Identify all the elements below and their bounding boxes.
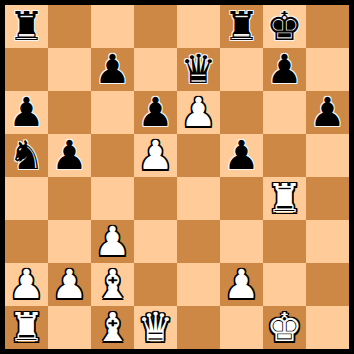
square-h6[interactable]: ♟ — [306, 91, 349, 134]
piece-black-king[interactable]: ♚ — [267, 6, 303, 46]
board-frame: ♜♜♚♟♛♟♟♟♟♟♞♟♟♟♜♟♟♟♝♟♜♝♛♚ — [0, 0, 354, 354]
square-g1[interactable]: ♚ — [263, 306, 306, 349]
square-g8[interactable]: ♚ — [263, 5, 306, 48]
square-c3[interactable]: ♟ — [91, 220, 134, 263]
square-b3[interactable] — [48, 220, 91, 263]
square-c5[interactable] — [91, 134, 134, 177]
piece-black-pawn[interactable]: ♟ — [138, 92, 174, 132]
piece-white-rook[interactable]: ♜ — [267, 178, 303, 218]
piece-white-pawn[interactable]: ♟ — [138, 135, 174, 175]
piece-white-pawn[interactable]: ♟ — [95, 221, 131, 261]
square-d1[interactable]: ♛ — [134, 306, 177, 349]
square-d7[interactable] — [134, 48, 177, 91]
square-f3[interactable] — [220, 220, 263, 263]
square-g3[interactable] — [263, 220, 306, 263]
square-e6[interactable]: ♟ — [177, 91, 220, 134]
square-b6[interactable] — [48, 91, 91, 134]
piece-black-rook[interactable]: ♜ — [224, 6, 260, 46]
square-f6[interactable] — [220, 91, 263, 134]
chess-board: ♜♜♚♟♛♟♟♟♟♟♞♟♟♟♜♟♟♟♝♟♜♝♛♚ — [5, 5, 349, 349]
square-c8[interactable] — [91, 5, 134, 48]
square-d2[interactable] — [134, 263, 177, 306]
square-c1[interactable]: ♝ — [91, 306, 134, 349]
square-e7[interactable]: ♛ — [177, 48, 220, 91]
piece-white-bishop[interactable]: ♝ — [95, 264, 131, 304]
square-f4[interactable] — [220, 177, 263, 220]
piece-black-pawn[interactable]: ♟ — [267, 49, 303, 89]
piece-white-pawn[interactable]: ♟ — [181, 92, 217, 132]
square-b8[interactable] — [48, 5, 91, 48]
piece-black-queen[interactable]: ♛ — [181, 49, 217, 89]
piece-white-rook[interactable]: ♜ — [9, 307, 45, 347]
piece-white-bishop[interactable]: ♝ — [95, 307, 131, 347]
square-h4[interactable] — [306, 177, 349, 220]
square-g2[interactable] — [263, 263, 306, 306]
square-d6[interactable]: ♟ — [134, 91, 177, 134]
square-f8[interactable]: ♜ — [220, 5, 263, 48]
piece-black-pawn[interactable]: ♟ — [95, 49, 131, 89]
square-a4[interactable] — [5, 177, 48, 220]
square-a3[interactable] — [5, 220, 48, 263]
square-h2[interactable] — [306, 263, 349, 306]
square-b1[interactable] — [48, 306, 91, 349]
square-b4[interactable] — [48, 177, 91, 220]
square-h1[interactable] — [306, 306, 349, 349]
piece-white-pawn[interactable]: ♟ — [9, 264, 45, 304]
piece-white-queen[interactable]: ♛ — [138, 307, 174, 347]
piece-white-king[interactable]: ♚ — [267, 307, 303, 347]
square-c7[interactable]: ♟ — [91, 48, 134, 91]
square-b7[interactable] — [48, 48, 91, 91]
square-e3[interactable] — [177, 220, 220, 263]
square-f7[interactable] — [220, 48, 263, 91]
piece-black-pawn[interactable]: ♟ — [9, 92, 45, 132]
piece-black-rook[interactable]: ♜ — [9, 6, 45, 46]
square-e1[interactable] — [177, 306, 220, 349]
square-d3[interactable] — [134, 220, 177, 263]
square-g4[interactable]: ♜ — [263, 177, 306, 220]
square-f1[interactable] — [220, 306, 263, 349]
square-a5[interactable]: ♞ — [5, 134, 48, 177]
square-h5[interactable] — [306, 134, 349, 177]
square-b2[interactable]: ♟ — [48, 263, 91, 306]
square-c6[interactable] — [91, 91, 134, 134]
square-b5[interactable]: ♟ — [48, 134, 91, 177]
square-e5[interactable] — [177, 134, 220, 177]
square-e4[interactable] — [177, 177, 220, 220]
square-a1[interactable]: ♜ — [5, 306, 48, 349]
square-c2[interactable]: ♝ — [91, 263, 134, 306]
piece-black-pawn[interactable]: ♟ — [224, 135, 260, 175]
piece-white-pawn[interactable]: ♟ — [224, 264, 260, 304]
square-a6[interactable]: ♟ — [5, 91, 48, 134]
piece-black-pawn[interactable]: ♟ — [310, 92, 346, 132]
square-c4[interactable] — [91, 177, 134, 220]
piece-white-pawn[interactable]: ♟ — [52, 264, 88, 304]
square-a7[interactable] — [5, 48, 48, 91]
square-d5[interactable]: ♟ — [134, 134, 177, 177]
square-d4[interactable] — [134, 177, 177, 220]
square-g6[interactable] — [263, 91, 306, 134]
square-g7[interactable]: ♟ — [263, 48, 306, 91]
piece-black-knight[interactable]: ♞ — [9, 135, 45, 175]
square-h7[interactable] — [306, 48, 349, 91]
piece-black-pawn[interactable]: ♟ — [52, 135, 88, 175]
square-f5[interactable]: ♟ — [220, 134, 263, 177]
square-f2[interactable]: ♟ — [220, 263, 263, 306]
square-h3[interactable] — [306, 220, 349, 263]
square-h8[interactable] — [306, 5, 349, 48]
square-a2[interactable]: ♟ — [5, 263, 48, 306]
square-g5[interactable] — [263, 134, 306, 177]
square-a8[interactable]: ♜ — [5, 5, 48, 48]
square-e2[interactable] — [177, 263, 220, 306]
square-d8[interactable] — [134, 5, 177, 48]
square-e8[interactable] — [177, 5, 220, 48]
